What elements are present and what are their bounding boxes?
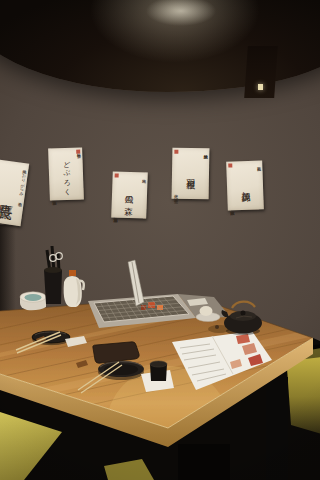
ashtray-inner	[25, 294, 42, 301]
egg	[200, 306, 213, 316]
table-scene	[0, 0, 320, 480]
utensil-holder	[44, 246, 62, 304]
teapot-handle	[232, 302, 255, 308]
table-leg-right	[266, 377, 288, 480]
bottle-cap	[69, 270, 76, 276]
sake-bottle	[64, 270, 84, 307]
iron-teapot	[221, 302, 262, 335]
photo-izakaya-room: 油長酒造 鷹長 純米 おりがらみ 生酒 油長酒造 どぶろく 菩提酛 無濾過無加水…	[0, 0, 320, 480]
table-leg-center	[178, 444, 230, 480]
